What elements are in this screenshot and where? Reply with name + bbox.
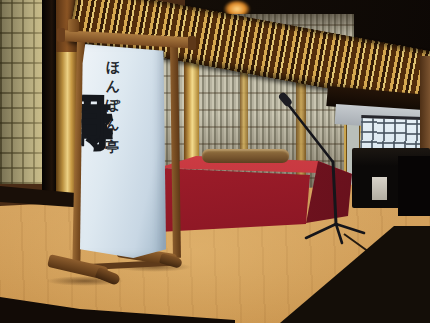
banner-club-name: ほんぽん亭: [104, 51, 123, 130]
mic-pole: [333, 162, 336, 224]
mic-boom-arm: [287, 103, 333, 162]
mic-tripod-leg: [336, 224, 364, 233]
crossbar-end-cap: [188, 36, 196, 50]
crossbar-end-cap: [57, 28, 65, 42]
crossbar-top-peg: [68, 19, 79, 32]
photo-rakugo-stage: ほんぽん亭 壽月: [0, 0, 430, 323]
mic-tripod-leg: [306, 224, 336, 238]
microphone-icon: [277, 91, 293, 108]
name-banner-paper: ほんぽん亭 壽月: [80, 42, 166, 258]
